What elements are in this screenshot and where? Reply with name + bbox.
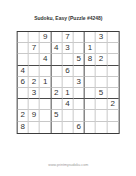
cell-r7c2 [29,99,40,110]
cell-r6c9 [107,88,118,99]
cell-r9c5 [62,122,73,133]
cell-r3c6: 5 [74,54,85,65]
cell-r8c1: 2 [18,110,29,121]
cell-r8c4: 5 [51,110,62,121]
cell-r6c3 [40,88,51,99]
cell-r2c5: 3 [62,43,73,54]
cell-r1c8: 3 [96,32,107,43]
cell-r9c9 [107,122,118,133]
page-title: Sudoku, Easy (Puzzle #4248) [0,11,136,23]
cell-r2c4: 4 [51,43,62,54]
cell-r7c7 [85,99,96,110]
cell-r3c3: 4 [40,54,51,65]
cell-r4c1: 4 [18,66,29,77]
cell-r3c7: 8 [85,54,96,65]
cell-r1c9 [107,32,118,43]
cell-r3c1 [18,54,29,65]
cell-r2c8 [96,43,107,54]
cell-r3c4 [51,54,62,65]
sudoku-grid: 9737431458246621332154229586 [17,31,120,134]
cell-r4c8 [96,66,107,77]
cell-r7c4 [51,99,62,110]
cell-r9c8 [96,122,107,133]
cell-r7c6 [74,99,85,110]
cell-r5c2: 2 [29,77,40,88]
cell-r5c1: 6 [18,77,29,88]
cell-r8c6 [74,110,85,121]
cell-r1c4 [51,32,62,43]
cell-r2c2: 7 [29,43,40,54]
cell-r8c8 [96,110,107,121]
cell-r4c4 [51,66,62,77]
cell-r6c6 [74,88,85,99]
cell-r6c5: 1 [62,88,73,99]
cell-r5c3: 1 [40,77,51,88]
cell-r1c2 [29,32,40,43]
cell-r7c9: 2 [107,99,118,110]
cell-r3c9 [107,54,118,65]
cell-r3c5 [62,54,73,65]
cell-r5c8 [96,77,107,88]
printable-sudoku-page: { "game": "sudoku", "position": "..9.7..… [0,0,136,176]
cell-r6c2: 3 [29,88,40,99]
cell-r6c8: 5 [96,88,107,99]
cell-r2c7: 1 [85,43,96,54]
cell-r9c7 [85,122,96,133]
cell-r5c4 [51,77,62,88]
cell-r4c3 [40,66,51,77]
cell-r8c2: 9 [29,110,40,121]
cell-r9c6: 6 [74,122,85,133]
cell-r6c4: 2 [51,88,62,99]
cell-r5c9 [107,77,118,88]
cell-r9c3 [40,122,51,133]
cell-r4c9 [107,66,118,77]
cell-r2c9 [107,43,118,54]
cell-r6c1 [18,88,29,99]
cell-r2c6 [74,43,85,54]
cell-r7c8 [96,99,107,110]
cell-r7c1 [18,99,29,110]
cell-r1c3: 9 [40,32,51,43]
cell-r4c7 [85,66,96,77]
cell-r5c5 [62,77,73,88]
cell-r1c1 [18,32,29,43]
cell-r8c9 [107,110,118,121]
cell-r8c7 [85,110,96,121]
cell-r2c1 [18,43,29,54]
cell-r3c8: 2 [96,54,107,65]
cell-r6c7 [85,88,96,99]
cell-r9c4 [51,122,62,133]
cell-r4c2 [29,66,40,77]
cell-r4c6 [74,66,85,77]
cell-r9c2 [29,122,40,133]
footer: www.printmysudoku.com [0,158,136,169]
cell-r2c3 [40,43,51,54]
cell-r7c5: 4 [62,99,73,110]
cell-r5c6: 3 [74,77,85,88]
cell-r1c5: 7 [62,32,73,43]
cell-r8c3 [40,110,51,121]
footer-url-text: www.printmysudoku.com [48,163,88,167]
cell-r4c5: 6 [62,66,73,77]
cell-r1c6 [74,32,85,43]
cell-r9c1: 8 [18,122,29,133]
cell-r8c5 [62,110,73,121]
cell-r3c2 [29,54,40,65]
cell-r5c7 [85,77,96,88]
cell-r1c7 [85,32,96,43]
page-title-text: Sudoku, Easy (Puzzle #4248) [34,16,102,21]
cell-r7c3 [40,99,51,110]
